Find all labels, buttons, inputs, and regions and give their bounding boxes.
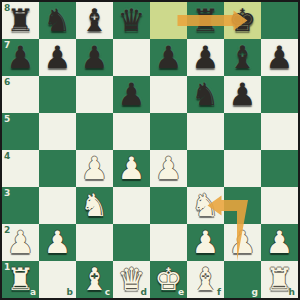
piece-white-rook[interactable]: ♜: [2, 261, 39, 298]
square-c2[interactable]: [76, 224, 113, 261]
square-a1[interactable]: 1a♜: [2, 261, 39, 298]
piece-white-queen[interactable]: ♛: [113, 261, 150, 298]
piece-white-rook[interactable]: ♜: [261, 261, 298, 298]
square-c3[interactable]: ♞: [76, 187, 113, 224]
piece-black-bishop[interactable]: ♝: [224, 39, 261, 76]
square-e2[interactable]: [150, 224, 187, 261]
square-a8[interactable]: 8♜: [2, 2, 39, 39]
piece-black-pawn[interactable]: ♟: [150, 39, 187, 76]
square-e3[interactable]: [150, 187, 187, 224]
square-g4[interactable]: [224, 150, 261, 187]
piece-black-pawn[interactable]: ♟: [2, 39, 39, 76]
square-d1[interactable]: d♛: [113, 261, 150, 298]
square-g2[interactable]: ♟: [224, 224, 261, 261]
square-g8[interactable]: ♚: [224, 2, 261, 39]
square-b2[interactable]: ♟: [39, 224, 76, 261]
square-a5[interactable]: 5: [2, 113, 39, 150]
square-f6[interactable]: ♞: [187, 76, 224, 113]
square-c5[interactable]: [76, 113, 113, 150]
square-c1[interactable]: c♝: [76, 261, 113, 298]
rank-label-4: 4: [4, 151, 10, 161]
piece-black-pawn[interactable]: ♟: [113, 76, 150, 113]
piece-white-pawn[interactable]: ♟: [113, 150, 150, 187]
piece-black-bishop[interactable]: ♝: [76, 2, 113, 39]
piece-white-pawn[interactable]: ♟: [2, 224, 39, 261]
piece-white-pawn[interactable]: ♟: [187, 224, 224, 261]
square-c4[interactable]: ♟: [76, 150, 113, 187]
square-c6[interactable]: [76, 76, 113, 113]
square-h7[interactable]: ♟: [261, 39, 298, 76]
square-g6[interactable]: ♟: [224, 76, 261, 113]
square-a2[interactable]: 2♟: [2, 224, 39, 261]
square-h2[interactable]: ♟: [261, 224, 298, 261]
piece-white-king[interactable]: ♚: [150, 261, 187, 298]
chess-board: 8♜♞♝♛♜♚7♟♟♟♟♟♝♟6♟♞♟54♟♟♟3♞♞2♟♟♟♟♟1a♜bc♝d…: [0, 0, 300, 300]
square-a4[interactable]: 4: [2, 150, 39, 187]
file-label-b: b: [67, 287, 73, 297]
square-e1[interactable]: e♚: [150, 261, 187, 298]
square-g5[interactable]: [224, 113, 261, 150]
square-f7[interactable]: ♟: [187, 39, 224, 76]
piece-white-knight[interactable]: ♞: [76, 187, 113, 224]
square-b6[interactable]: [39, 76, 76, 113]
square-f8[interactable]: ♜: [187, 2, 224, 39]
square-d4[interactable]: ♟: [113, 150, 150, 187]
piece-black-queen[interactable]: ♛: [113, 2, 150, 39]
piece-white-bishop[interactable]: ♝: [187, 261, 224, 298]
square-h3[interactable]: [261, 187, 298, 224]
square-e6[interactable]: [150, 76, 187, 113]
file-label-g: g: [252, 287, 258, 297]
piece-white-pawn[interactable]: ♟: [39, 224, 76, 261]
square-c8[interactable]: ♝: [76, 2, 113, 39]
square-d2[interactable]: [113, 224, 150, 261]
rank-label-6: 6: [4, 77, 10, 87]
piece-black-king[interactable]: ♚: [224, 2, 261, 39]
square-g3[interactable]: [224, 187, 261, 224]
piece-white-bishop[interactable]: ♝: [76, 261, 113, 298]
square-e7[interactable]: ♟: [150, 39, 187, 76]
piece-white-pawn[interactable]: ♟: [224, 224, 261, 261]
square-h1[interactable]: h♜: [261, 261, 298, 298]
square-f5[interactable]: [187, 113, 224, 150]
square-f2[interactable]: ♟: [187, 224, 224, 261]
square-b5[interactable]: [39, 113, 76, 150]
rank-label-5: 5: [4, 114, 10, 124]
piece-black-knight[interactable]: ♞: [187, 76, 224, 113]
square-d7[interactable]: [113, 39, 150, 76]
square-a3[interactable]: 3: [2, 187, 39, 224]
square-d6[interactable]: ♟: [113, 76, 150, 113]
square-h4[interactable]: [261, 150, 298, 187]
square-f1[interactable]: f♝: [187, 261, 224, 298]
square-d3[interactable]: [113, 187, 150, 224]
square-g7[interactable]: ♝: [224, 39, 261, 76]
piece-white-pawn[interactable]: ♟: [261, 224, 298, 261]
piece-black-pawn[interactable]: ♟: [224, 76, 261, 113]
board-squares: 8♜♞♝♛♜♚7♟♟♟♟♟♝♟6♟♞♟54♟♟♟3♞♞2♟♟♟♟♟1a♜bc♝d…: [2, 2, 298, 298]
piece-black-pawn[interactable]: ♟: [187, 39, 224, 76]
square-a6[interactable]: 6: [2, 76, 39, 113]
piece-black-pawn[interactable]: ♟: [261, 39, 298, 76]
square-d5[interactable]: [113, 113, 150, 150]
square-b3[interactable]: [39, 187, 76, 224]
square-g1[interactable]: g: [224, 261, 261, 298]
square-d8[interactable]: ♛: [113, 2, 150, 39]
piece-black-pawn[interactable]: ♟: [76, 39, 113, 76]
square-h8[interactable]: [261, 2, 298, 39]
square-b8[interactable]: ♞: [39, 2, 76, 39]
piece-white-pawn[interactable]: ♟: [76, 150, 113, 187]
piece-white-knight[interactable]: ♞: [187, 187, 224, 224]
square-e8[interactable]: [150, 2, 187, 39]
rank-label-3: 3: [4, 188, 10, 198]
square-a7[interactable]: 7♟: [2, 39, 39, 76]
square-b1[interactable]: b: [39, 261, 76, 298]
square-b7[interactable]: ♟: [39, 39, 76, 76]
square-b4[interactable]: [39, 150, 76, 187]
piece-black-rook[interactable]: ♜: [2, 2, 39, 39]
square-e5[interactable]: [150, 113, 187, 150]
square-c7[interactable]: ♟: [76, 39, 113, 76]
piece-white-pawn[interactable]: ♟: [150, 150, 187, 187]
square-f3[interactable]: ♞: [187, 187, 224, 224]
square-h6[interactable]: [261, 76, 298, 113]
piece-black-pawn[interactable]: ♟: [39, 39, 76, 76]
piece-black-knight[interactable]: ♞: [39, 2, 76, 39]
piece-black-rook[interactable]: ♜: [187, 2, 224, 39]
square-f4[interactable]: [187, 150, 224, 187]
square-h5[interactable]: [261, 113, 298, 150]
square-e4[interactable]: ♟: [150, 150, 187, 187]
